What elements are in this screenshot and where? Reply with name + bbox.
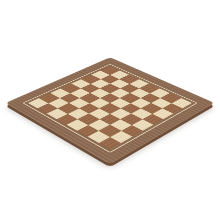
playing-field — [28, 66, 192, 149]
scene — [0, 0, 220, 220]
product-photo — [0, 0, 220, 220]
chess-board — [5, 57, 214, 164]
